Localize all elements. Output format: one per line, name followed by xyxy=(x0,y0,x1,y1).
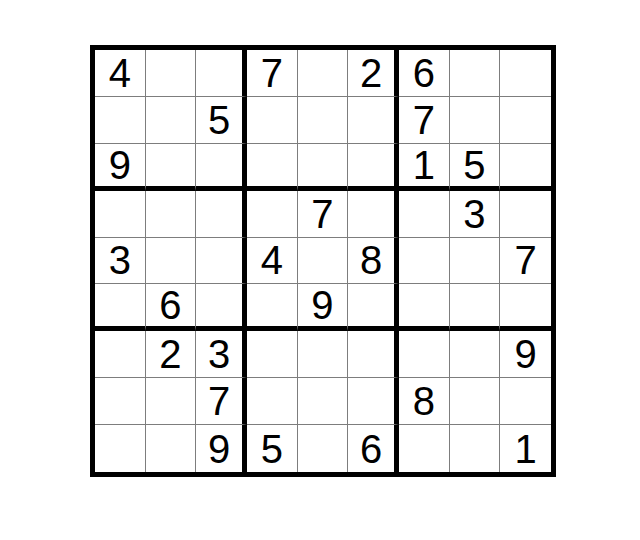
cell-r5c8[interactable] xyxy=(450,238,501,285)
cell-r3c1: 9 xyxy=(95,144,146,191)
given-digit: 2 xyxy=(159,334,181,374)
sudoku-board: 47265791573348769239789561 xyxy=(90,45,556,477)
given-digit: 7 xyxy=(515,240,537,280)
given-digit: 9 xyxy=(109,145,131,185)
given-digit: 3 xyxy=(208,334,230,374)
cell-r6c7[interactable] xyxy=(399,284,450,331)
cell-r3c4[interactable] xyxy=(247,144,298,191)
given-digit: 3 xyxy=(463,194,485,234)
cell-r1c1: 4 xyxy=(95,50,146,97)
cell-r6c2: 6 xyxy=(146,284,197,331)
given-digit: 8 xyxy=(360,240,382,280)
given-digit: 9 xyxy=(208,429,230,469)
cell-r6c9[interactable] xyxy=(500,284,551,331)
cell-r1c5[interactable] xyxy=(298,50,349,97)
cell-r3c9[interactable] xyxy=(500,144,551,191)
given-digit: 7 xyxy=(311,194,333,234)
cell-r2c3: 5 xyxy=(196,97,247,144)
cell-r6c1[interactable] xyxy=(95,284,146,331)
cell-r9c2[interactable] xyxy=(146,425,197,472)
cell-r4c8: 3 xyxy=(450,191,501,238)
cell-r5c1: 3 xyxy=(95,238,146,285)
cell-r1c2[interactable] xyxy=(146,50,197,97)
cell-r3c6[interactable] xyxy=(348,144,399,191)
cell-r4c2[interactable] xyxy=(146,191,197,238)
given-digit: 3 xyxy=(109,240,131,280)
cell-r9c5[interactable] xyxy=(298,425,349,472)
given-digit: 5 xyxy=(463,145,485,185)
cell-r2c4[interactable] xyxy=(247,97,298,144)
cell-r1c6: 2 xyxy=(348,50,399,97)
cell-r7c8[interactable] xyxy=(450,331,501,378)
cell-r4c3[interactable] xyxy=(196,191,247,238)
cell-r8c5[interactable] xyxy=(298,378,349,425)
cell-r7c7[interactable] xyxy=(399,331,450,378)
cell-r2c7: 7 xyxy=(399,97,450,144)
cell-r8c1[interactable] xyxy=(95,378,146,425)
cell-r9c6: 6 xyxy=(348,425,399,472)
cell-r6c5: 9 xyxy=(298,284,349,331)
cell-r1c4: 7 xyxy=(247,50,298,97)
cell-r3c5[interactable] xyxy=(298,144,349,191)
cell-r4c9[interactable] xyxy=(500,191,551,238)
cell-r3c2[interactable] xyxy=(146,144,197,191)
cell-r2c9[interactable] xyxy=(500,97,551,144)
cell-r1c7: 6 xyxy=(399,50,450,97)
cell-r7c2: 2 xyxy=(146,331,197,378)
cell-r7c4[interactable] xyxy=(247,331,298,378)
cell-r5c7[interactable] xyxy=(399,238,450,285)
given-digit: 7 xyxy=(413,100,435,140)
cell-r2c2[interactable] xyxy=(146,97,197,144)
cell-r6c3[interactable] xyxy=(196,284,247,331)
cell-r3c8: 5 xyxy=(450,144,501,191)
given-digit: 5 xyxy=(261,429,283,469)
given-digit: 7 xyxy=(261,53,283,93)
cell-r8c4[interactable] xyxy=(247,378,298,425)
cell-r2c8[interactable] xyxy=(450,97,501,144)
given-digit: 5 xyxy=(208,100,230,140)
cell-r5c3[interactable] xyxy=(196,238,247,285)
cell-r4c7[interactable] xyxy=(399,191,450,238)
cell-r9c7[interactable] xyxy=(399,425,450,472)
cell-r7c5[interactable] xyxy=(298,331,349,378)
cell-r5c6: 8 xyxy=(348,238,399,285)
cell-r7c3: 3 xyxy=(196,331,247,378)
cell-r5c9: 7 xyxy=(500,238,551,285)
cell-r8c8[interactable] xyxy=(450,378,501,425)
cell-r3c7: 1 xyxy=(399,144,450,191)
given-digit: 2 xyxy=(360,53,382,93)
cell-r6c4[interactable] xyxy=(247,284,298,331)
given-digit: 9 xyxy=(515,334,537,374)
cell-r5c5[interactable] xyxy=(298,238,349,285)
given-digit: 4 xyxy=(261,240,283,280)
cell-r1c8[interactable] xyxy=(450,50,501,97)
given-digit: 1 xyxy=(413,145,435,185)
sudoku-grid: 47265791573348769239789561 xyxy=(95,50,551,472)
cell-r7c9: 9 xyxy=(500,331,551,378)
given-digit: 1 xyxy=(515,429,537,469)
cell-r1c9[interactable] xyxy=(500,50,551,97)
given-digit: 8 xyxy=(413,381,435,421)
cell-r4c1[interactable] xyxy=(95,191,146,238)
cell-r6c6[interactable] xyxy=(348,284,399,331)
cell-r3c3[interactable] xyxy=(196,144,247,191)
cell-r2c5[interactable] xyxy=(298,97,349,144)
cell-r2c1[interactable] xyxy=(95,97,146,144)
cell-r8c2[interactable] xyxy=(146,378,197,425)
given-digit: 6 xyxy=(159,285,181,325)
cell-r4c4[interactable] xyxy=(247,191,298,238)
cell-r9c9: 1 xyxy=(500,425,551,472)
cell-r8c7: 8 xyxy=(399,378,450,425)
cell-r4c5: 7 xyxy=(298,191,349,238)
given-digit: 7 xyxy=(208,381,230,421)
cell-r8c3: 7 xyxy=(196,378,247,425)
cell-r8c9[interactable] xyxy=(500,378,551,425)
cell-r9c1[interactable] xyxy=(95,425,146,472)
cell-r7c1[interactable] xyxy=(95,331,146,378)
cell-r4c6[interactable] xyxy=(348,191,399,238)
cell-r5c2[interactable] xyxy=(146,238,197,285)
given-digit: 4 xyxy=(109,53,131,93)
given-digit: 9 xyxy=(311,285,333,325)
cell-r8c6[interactable] xyxy=(348,378,399,425)
given-digit: 6 xyxy=(413,53,435,93)
cell-r7c6[interactable] xyxy=(348,331,399,378)
cell-r9c4: 5 xyxy=(247,425,298,472)
cell-r9c3: 9 xyxy=(196,425,247,472)
cell-r1c3[interactable] xyxy=(196,50,247,97)
given-digit: 6 xyxy=(360,429,382,469)
cell-r9c8[interactable] xyxy=(450,425,501,472)
cell-r2c6[interactable] xyxy=(348,97,399,144)
cell-r6c8[interactable] xyxy=(450,284,501,331)
cell-r5c4: 4 xyxy=(247,238,298,285)
